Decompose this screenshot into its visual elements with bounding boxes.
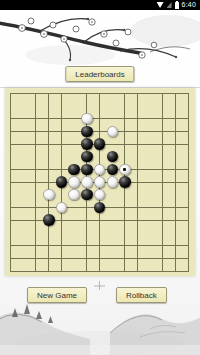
signal-icon (167, 2, 172, 8)
stone-white (81, 176, 92, 187)
stone-white (94, 164, 105, 175)
leaderboards-button[interactable]: Leaderboards (65, 66, 134, 82)
stone-black (81, 164, 92, 175)
gomoku-board[interactable] (5, 88, 195, 276)
stone-black (94, 138, 105, 149)
stone-black (119, 176, 130, 187)
last-move-marker (123, 168, 126, 171)
stone-black (81, 151, 92, 162)
wifi-icon (157, 2, 164, 8)
stone-black (68, 164, 79, 175)
new-game-button[interactable]: New Game (27, 287, 87, 303)
plum-blossom-branch-art (0, 9, 200, 65)
stone-white (94, 176, 105, 187)
stone-white (56, 202, 67, 213)
stone-white (119, 164, 130, 175)
app-screen: 6:40 Leaderboards (0, 0, 200, 355)
stone-black (81, 189, 92, 200)
stone-black (94, 202, 105, 213)
status-time: 6:40 (182, 0, 196, 10)
stone-black (43, 214, 54, 225)
stone-white (107, 126, 118, 137)
battery-icon (175, 2, 179, 9)
stone-black (81, 126, 92, 137)
stone-black (56, 176, 67, 187)
stone-black (107, 151, 118, 162)
stones-grid (4, 87, 194, 277)
stone-white (68, 189, 79, 200)
stone-white (68, 176, 79, 187)
stone-black (107, 164, 118, 175)
status-bar: 6:40 (0, 0, 200, 10)
stone-white (43, 189, 54, 200)
stone-black (81, 138, 92, 149)
stone-white (94, 189, 105, 200)
stone-white (107, 176, 118, 187)
stone-white (81, 113, 92, 124)
rollback-button[interactable]: Rollback (116, 287, 167, 303)
